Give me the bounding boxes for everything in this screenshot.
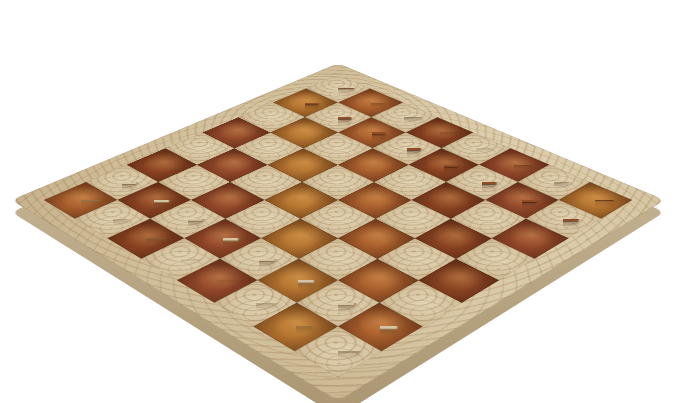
black-pawn-icon: ♟ — [460, 143, 504, 192]
square-h1: ♜ — [295, 326, 382, 377]
black-pawn-icon: ♟ — [499, 160, 544, 210]
board-layer: ♜♝♞♚♛♞♝♜♟♟♟♟♟♟♟♟♟♟♟♟♟♟♟♟♜♝♞♛♚♞♝♜ — [0, 0, 679, 403]
product-photo: ♜♝♞♚♛♞♝♜♟♟♟♟♟♟♟♟♟♟♟♟♟♟♟♟♜♝♞♛♚♞♝♜ — [0, 0, 679, 403]
white-rook-icon: ♜ — [304, 288, 372, 363]
black-pawn-icon: ♟ — [422, 126, 465, 174]
black-pawn-icon: ♟ — [541, 178, 587, 229]
chess-board: ♜♝♞♚♛♞♝♜♟♟♟♟♟♟♟♟♟♟♟♟♟♟♟♟♜♝♞♛♚♞♝♜ — [11, 63, 664, 401]
